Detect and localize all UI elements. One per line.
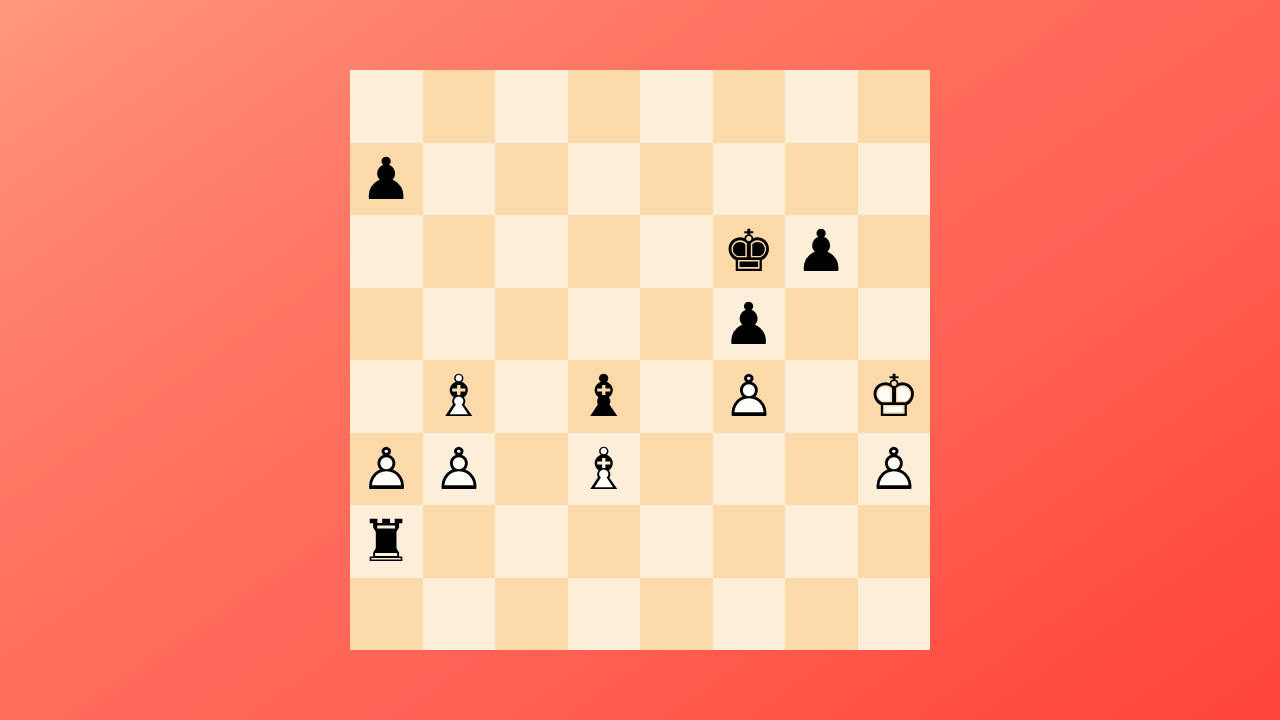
square-b7[interactable] bbox=[423, 143, 496, 216]
square-f8[interactable] bbox=[713, 70, 786, 143]
square-e6[interactable] bbox=[640, 215, 713, 288]
square-g1[interactable] bbox=[785, 578, 858, 651]
piece-white-pawn-b3[interactable]: ♟♙ bbox=[423, 433, 496, 506]
square-f6[interactable]: ♚ bbox=[713, 215, 786, 288]
page-background: ♟♚♟♟♝♗♝♟♙♚♔♟♙♟♙♝♗♟♙♜ bbox=[0, 0, 1280, 720]
square-c3[interactable] bbox=[495, 433, 568, 506]
square-b8[interactable] bbox=[423, 70, 496, 143]
square-h1[interactable] bbox=[858, 578, 931, 651]
piece-black-pawn-a7[interactable]: ♟ bbox=[350, 143, 423, 216]
white-pawn-icon: ♙ bbox=[713, 360, 786, 433]
white-pawn-icon: ♙ bbox=[858, 433, 931, 506]
black-pawn-icon: ♟ bbox=[785, 215, 858, 288]
square-c5[interactable] bbox=[495, 288, 568, 361]
chess-board: ♟♚♟♟♝♗♝♟♙♚♔♟♙♟♙♝♗♟♙♜ bbox=[350, 70, 930, 650]
square-a8[interactable] bbox=[350, 70, 423, 143]
square-g5[interactable] bbox=[785, 288, 858, 361]
square-f2[interactable] bbox=[713, 505, 786, 578]
square-a7[interactable]: ♟ bbox=[350, 143, 423, 216]
square-d4[interactable]: ♝ bbox=[568, 360, 641, 433]
square-a3[interactable]: ♟♙ bbox=[350, 433, 423, 506]
square-h3[interactable]: ♟♙ bbox=[858, 433, 931, 506]
square-e8[interactable] bbox=[640, 70, 713, 143]
square-c8[interactable] bbox=[495, 70, 568, 143]
piece-white-pawn-f4[interactable]: ♟♙ bbox=[713, 360, 786, 433]
square-d2[interactable] bbox=[568, 505, 641, 578]
square-h4[interactable]: ♚♔ bbox=[858, 360, 931, 433]
square-d5[interactable] bbox=[568, 288, 641, 361]
square-f4[interactable]: ♟♙ bbox=[713, 360, 786, 433]
square-b6[interactable] bbox=[423, 215, 496, 288]
square-b2[interactable] bbox=[423, 505, 496, 578]
square-h2[interactable] bbox=[858, 505, 931, 578]
square-c1[interactable] bbox=[495, 578, 568, 651]
black-bishop-icon: ♝ bbox=[568, 360, 641, 433]
piece-black-pawn-f5[interactable]: ♟ bbox=[713, 288, 786, 361]
black-pawn-icon: ♟ bbox=[350, 143, 423, 216]
square-h5[interactable] bbox=[858, 288, 931, 361]
white-bishop-icon: ♗ bbox=[568, 433, 641, 506]
piece-white-pawn-a3[interactable]: ♟♙ bbox=[350, 433, 423, 506]
square-a1[interactable] bbox=[350, 578, 423, 651]
white-king-icon: ♔ bbox=[858, 360, 931, 433]
square-e2[interactable] bbox=[640, 505, 713, 578]
square-h6[interactable] bbox=[858, 215, 931, 288]
piece-black-rook-a2[interactable]: ♜ bbox=[350, 505, 423, 578]
square-e5[interactable] bbox=[640, 288, 713, 361]
square-e3[interactable] bbox=[640, 433, 713, 506]
square-h8[interactable] bbox=[858, 70, 931, 143]
square-e1[interactable] bbox=[640, 578, 713, 651]
square-h7[interactable] bbox=[858, 143, 931, 216]
square-f3[interactable] bbox=[713, 433, 786, 506]
square-d6[interactable] bbox=[568, 215, 641, 288]
square-c7[interactable] bbox=[495, 143, 568, 216]
square-a6[interactable] bbox=[350, 215, 423, 288]
square-f1[interactable] bbox=[713, 578, 786, 651]
black-rook-icon: ♜ bbox=[350, 505, 423, 578]
square-g6[interactable]: ♟ bbox=[785, 215, 858, 288]
square-g8[interactable] bbox=[785, 70, 858, 143]
square-d8[interactable] bbox=[568, 70, 641, 143]
square-g4[interactable] bbox=[785, 360, 858, 433]
piece-black-bishop-d4[interactable]: ♝ bbox=[568, 360, 641, 433]
square-g3[interactable] bbox=[785, 433, 858, 506]
square-b5[interactable] bbox=[423, 288, 496, 361]
piece-black-king-f6[interactable]: ♚ bbox=[713, 215, 786, 288]
piece-white-king-h4[interactable]: ♚♔ bbox=[858, 360, 931, 433]
piece-white-pawn-h3[interactable]: ♟♙ bbox=[858, 433, 931, 506]
piece-white-bishop-d3[interactable]: ♝♗ bbox=[568, 433, 641, 506]
square-d3[interactable]: ♝♗ bbox=[568, 433, 641, 506]
square-c2[interactable] bbox=[495, 505, 568, 578]
square-b4[interactable]: ♝♗ bbox=[423, 360, 496, 433]
square-b3[interactable]: ♟♙ bbox=[423, 433, 496, 506]
square-f5[interactable]: ♟ bbox=[713, 288, 786, 361]
black-king-icon: ♚ bbox=[713, 215, 786, 288]
square-d7[interactable] bbox=[568, 143, 641, 216]
square-a4[interactable] bbox=[350, 360, 423, 433]
square-f7[interactable] bbox=[713, 143, 786, 216]
square-c4[interactable] bbox=[495, 360, 568, 433]
piece-black-pawn-g6[interactable]: ♟ bbox=[785, 215, 858, 288]
black-pawn-icon: ♟ bbox=[713, 288, 786, 361]
square-a2[interactable]: ♜ bbox=[350, 505, 423, 578]
white-pawn-icon: ♙ bbox=[350, 433, 423, 506]
square-b1[interactable] bbox=[423, 578, 496, 651]
piece-white-bishop-b4[interactable]: ♝♗ bbox=[423, 360, 496, 433]
square-e7[interactable] bbox=[640, 143, 713, 216]
square-g7[interactable] bbox=[785, 143, 858, 216]
square-c6[interactable] bbox=[495, 215, 568, 288]
white-pawn-icon: ♙ bbox=[423, 433, 496, 506]
square-d1[interactable] bbox=[568, 578, 641, 651]
square-g2[interactable] bbox=[785, 505, 858, 578]
square-a5[interactable] bbox=[350, 288, 423, 361]
square-e4[interactable] bbox=[640, 360, 713, 433]
white-bishop-icon: ♗ bbox=[423, 360, 496, 433]
